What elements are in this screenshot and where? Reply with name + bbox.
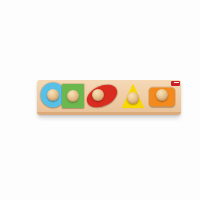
slot-grid	[37, 80, 181, 112]
wooden-knob-icon[interactable]	[92, 89, 104, 101]
wooden-knob-icon[interactable]	[156, 89, 168, 101]
wooden-knob-icon[interactable]	[127, 92, 139, 104]
product-photo	[0, 0, 200, 200]
puzzle-slot-triangle	[118, 80, 147, 112]
puzzle-slot-oval	[86, 80, 118, 112]
puzzle-slot-square	[64, 80, 86, 112]
brand-logo-icon	[171, 81, 180, 86]
wooden-knob-icon[interactable]	[67, 90, 79, 102]
puzzle-slot-circle	[37, 80, 64, 112]
puzzle-board	[37, 80, 181, 115]
wooden-knob-icon[interactable]	[47, 89, 59, 101]
